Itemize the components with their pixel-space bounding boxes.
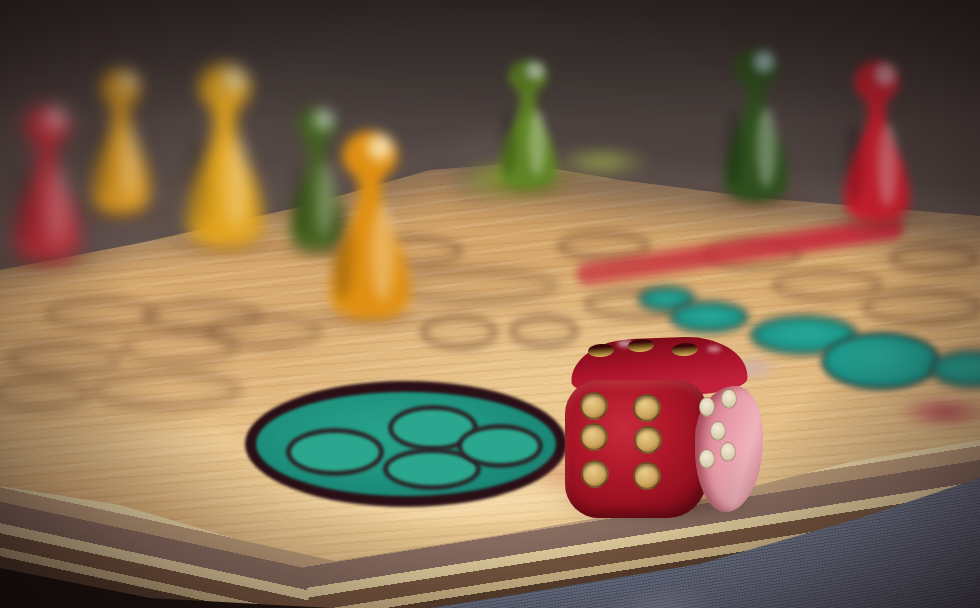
- pawn-green-3[interactable]: [719, 44, 793, 204]
- track-space: [121, 330, 237, 364]
- track-space: [863, 290, 980, 324]
- pawn-red-1[interactable]: [9, 100, 85, 264]
- teal-track-space: [669, 301, 749, 333]
- die-pip-five: [720, 442, 736, 462]
- pawn-shape: [9, 100, 85, 264]
- die-pip-six: [580, 423, 608, 451]
- die-pip-six: [633, 394, 661, 422]
- die-pip-five: [721, 389, 737, 409]
- pawn-green-2[interactable]: [495, 56, 561, 190]
- green-path-streak: [554, 150, 650, 174]
- red-die[interactable]: [565, 336, 757, 512]
- die-glint: [707, 346, 721, 352]
- pawn-yellow-1[interactable]: [88, 64, 154, 216]
- goal-inner-circle: [286, 428, 384, 476]
- pawn-yellow-3[interactable]: [324, 126, 416, 322]
- die-pip-five: [710, 421, 726, 441]
- goal-inner-circle: [457, 424, 543, 468]
- die-pip-five: [699, 449, 715, 469]
- teal-track-space: [821, 332, 941, 390]
- track-space: [8, 343, 120, 375]
- die-pip-six: [581, 460, 609, 488]
- die-pip-five: [699, 397, 715, 417]
- pawn-shape: [182, 58, 268, 250]
- pawn-yellow-2[interactable]: [182, 58, 268, 250]
- pawn-shape: [495, 56, 561, 190]
- pawn-shape: [88, 64, 154, 216]
- track-space: [392, 269, 556, 303]
- ludo-board-photo: [0, 0, 980, 608]
- track-space: [890, 244, 978, 272]
- track-space: [92, 371, 240, 409]
- pawn-shape: [324, 126, 416, 322]
- pawn-shape: [839, 56, 915, 224]
- die-pip-six: [633, 462, 661, 490]
- track-space: [773, 270, 881, 300]
- pawn-shape: [719, 44, 793, 204]
- pawn-red-2[interactable]: [839, 56, 915, 224]
- track-space: [46, 298, 158, 330]
- die-pip-six: [580, 392, 608, 420]
- die-pip-six: [634, 426, 662, 454]
